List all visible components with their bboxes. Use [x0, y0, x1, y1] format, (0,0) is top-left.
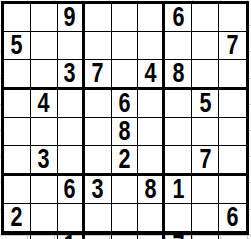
cell-r2c8[interactable]: [192, 32, 219, 60]
cell-r8c8[interactable]: [192, 204, 219, 232]
cell-r4c3[interactable]: [58, 90, 85, 118]
cell-r9c8[interactable]: [192, 232, 219, 239]
cell-r2c6[interactable]: [138, 32, 165, 60]
cell-digit: 8: [172, 60, 184, 87]
cell-r8c1[interactable]: 2: [4, 204, 31, 232]
cell-r1c7[interactable]: 6: [165, 4, 192, 32]
cell-r7c5[interactable]: [112, 176, 139, 204]
cell-r8c9[interactable]: 6: [219, 204, 246, 232]
cell-r4c6[interactable]: [138, 90, 165, 118]
cell-digit: 8: [144, 176, 156, 203]
cell-r7c3[interactable]: 6: [58, 176, 85, 204]
cell-r6c2[interactable]: 3: [31, 146, 58, 176]
cell-r7c7[interactable]: 1: [165, 176, 192, 204]
cell-digit: 7: [172, 232, 184, 239]
cell-digit: 1: [64, 232, 76, 239]
cell-r6c1[interactable]: [4, 146, 31, 176]
cell-r9c4[interactable]: [85, 232, 112, 239]
cell-r1c3[interactable]: 9: [58, 4, 85, 32]
cell-r7c2[interactable]: [31, 176, 58, 204]
cell-digit: 6: [227, 204, 239, 231]
cell-r1c1[interactable]: [4, 4, 31, 32]
cell-r8c5[interactable]: [112, 204, 139, 232]
cell-r3c7[interactable]: 8: [165, 60, 192, 90]
cell-r3c2[interactable]: [31, 60, 58, 90]
cell-r9c3[interactable]: 1: [58, 232, 85, 239]
cell-digit: 5: [199, 90, 211, 117]
cell-r3c9[interactable]: [219, 60, 246, 90]
cell-digit: 3: [92, 176, 104, 203]
cell-digit: 1: [172, 176, 184, 203]
cell-r5c1[interactable]: [4, 118, 31, 146]
cell-r2c2[interactable]: [31, 32, 58, 60]
cell-r2c9[interactable]: 7: [219, 32, 246, 60]
cell-r5c7[interactable]: [165, 118, 192, 146]
cell-r3c6[interactable]: 4: [138, 60, 165, 90]
cell-digit: 4: [38, 90, 50, 117]
cell-r6c5[interactable]: 2: [112, 146, 139, 176]
cell-r9c9[interactable]: [219, 232, 246, 239]
cell-r4c1[interactable]: [4, 90, 31, 118]
cell-digit: 3: [38, 146, 50, 173]
cell-digit: 7: [227, 32, 239, 59]
cell-r5c3[interactable]: [58, 118, 85, 146]
cell-digit: 3: [64, 60, 76, 87]
cell-digit: 6: [64, 176, 76, 203]
cell-r1c9[interactable]: [219, 4, 246, 32]
cell-r6c9[interactable]: [219, 146, 246, 176]
cell-r5c5[interactable]: 8: [112, 118, 139, 146]
cell-r8c6[interactable]: [138, 204, 165, 232]
cell-digit: 7: [199, 146, 211, 173]
cell-r9c5[interactable]: [112, 232, 139, 239]
cell-r9c1[interactable]: [4, 232, 31, 239]
cell-r4c5[interactable]: 6: [112, 90, 139, 118]
cell-r3c4[interactable]: 7: [85, 60, 112, 90]
cell-r2c5[interactable]: [112, 32, 139, 60]
cell-r3c8[interactable]: [192, 60, 219, 90]
cell-r1c8[interactable]: [192, 4, 219, 32]
cell-r1c4[interactable]: [85, 4, 112, 32]
sudoku-screenshot: 96573748465832763812617: [0, 0, 251, 239]
cell-r3c1[interactable]: [4, 60, 31, 90]
cell-digit: 4: [144, 60, 156, 87]
cell-r9c7[interactable]: 7: [165, 232, 192, 239]
cell-r6c6[interactable]: [138, 146, 165, 176]
cell-r3c5[interactable]: [112, 60, 139, 90]
sudoku-board: 96573748465832763812617: [1, 1, 249, 235]
cell-r2c7[interactable]: [165, 32, 192, 60]
cell-r5c6[interactable]: [138, 118, 165, 146]
cell-r7c6[interactable]: 8: [138, 176, 165, 204]
cell-r3c3[interactable]: 3: [58, 60, 85, 90]
cell-r6c8[interactable]: 7: [192, 146, 219, 176]
cell-digit: 6: [118, 90, 130, 117]
cell-digit: 2: [11, 204, 23, 231]
cell-digit: 2: [118, 146, 130, 173]
cell-r7c4[interactable]: 3: [85, 176, 112, 204]
cell-r2c3[interactable]: [58, 32, 85, 60]
cell-r4c7[interactable]: [165, 90, 192, 118]
cell-r2c4[interactable]: [85, 32, 112, 60]
cell-digit: 5: [11, 32, 23, 59]
cell-r4c2[interactable]: 4: [31, 90, 58, 118]
cell-digit: 6: [172, 4, 184, 31]
cell-r8c7[interactable]: [165, 204, 192, 232]
cell-r4c9[interactable]: [219, 90, 246, 118]
cell-r4c4[interactable]: [85, 90, 112, 118]
cell-r2c1[interactable]: 5: [4, 32, 31, 60]
cell-r9c2[interactable]: [31, 232, 58, 239]
cell-digit: 7: [92, 60, 104, 87]
cell-r1c5[interactable]: [112, 4, 139, 32]
cell-r8c3[interactable]: [58, 204, 85, 232]
cell-r6c3[interactable]: [58, 146, 85, 176]
cell-r5c9[interactable]: [219, 118, 246, 146]
cell-r4c8[interactable]: 5: [192, 90, 219, 118]
cell-r5c2[interactable]: [31, 118, 58, 146]
cell-r9c6[interactable]: [138, 232, 165, 239]
cell-r1c6[interactable]: [138, 4, 165, 32]
cell-digit: 9: [64, 4, 76, 31]
cell-r7c8[interactable]: [192, 176, 219, 204]
cell-r8c2[interactable]: [31, 204, 58, 232]
cell-r8c4[interactable]: [85, 204, 112, 232]
cell-r5c8[interactable]: [192, 118, 219, 146]
cell-r5c4[interactable]: [85, 118, 112, 146]
cell-r7c1[interactable]: [4, 176, 31, 204]
cell-r1c2[interactable]: [31, 4, 58, 32]
cell-r6c4[interactable]: [85, 146, 112, 176]
cell-r7c9[interactable]: [219, 176, 246, 204]
cell-digit: 8: [118, 118, 130, 145]
cell-r6c7[interactable]: [165, 146, 192, 176]
